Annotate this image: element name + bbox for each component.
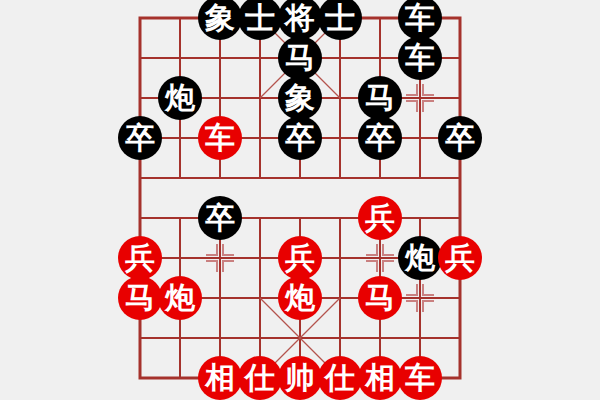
xiangqi-board[interactable]: 象士将士车马车炮象马卒车卒卒卒卒兵兵兵炮兵马炮炮马相仕帅仕相车 bbox=[120, 0, 480, 398]
piece-black-pawn[interactable]: 卒 bbox=[358, 116, 402, 160]
piece-red-knight[interactable]: 马 bbox=[118, 276, 162, 320]
piece-red-pawn[interactable]: 兵 bbox=[278, 236, 322, 280]
last-move-marker bbox=[406, 284, 434, 312]
piece-black-king[interactable]: 将 bbox=[278, 0, 322, 40]
piece-black-pawn[interactable]: 卒 bbox=[198, 196, 242, 240]
piece-black-rook[interactable]: 车 bbox=[398, 0, 442, 40]
piece-black-pawn[interactable]: 卒 bbox=[438, 116, 482, 160]
piece-black-pawn[interactable]: 卒 bbox=[278, 116, 322, 160]
piece-black-knight[interactable]: 马 bbox=[278, 36, 322, 80]
last-move-marker bbox=[206, 244, 234, 272]
piece-red-advisor[interactable]: 仕 bbox=[318, 356, 362, 400]
piece-red-cannon[interactable]: 炮 bbox=[158, 276, 202, 320]
piece-black-advisor[interactable]: 士 bbox=[238, 0, 282, 40]
piece-black-cannon[interactable]: 炮 bbox=[398, 236, 442, 280]
xiangqi-diagram: 象士将士车马车炮象马卒车卒卒卒卒兵兵兵炮兵马炮炮马相仕帅仕相车 bbox=[0, 0, 600, 400]
piece-black-elephant[interactable]: 象 bbox=[278, 76, 322, 120]
piece-red-elephant[interactable]: 相 bbox=[358, 356, 402, 400]
piece-black-pawn[interactable]: 卒 bbox=[118, 116, 162, 160]
piece-red-pawn[interactable]: 兵 bbox=[358, 196, 402, 240]
last-move-marker bbox=[366, 244, 394, 272]
piece-black-advisor[interactable]: 士 bbox=[318, 0, 362, 40]
piece-red-elephant[interactable]: 相 bbox=[198, 356, 242, 400]
piece-red-pawn[interactable]: 兵 bbox=[438, 236, 482, 280]
piece-red-cannon[interactable]: 炮 bbox=[278, 276, 322, 320]
piece-red-rook[interactable]: 车 bbox=[198, 116, 242, 160]
piece-black-cannon[interactable]: 炮 bbox=[158, 76, 202, 120]
piece-black-rook[interactable]: 车 bbox=[398, 36, 442, 80]
piece-red-knight[interactable]: 马 bbox=[358, 276, 402, 320]
piece-red-advisor[interactable]: 仕 bbox=[238, 356, 282, 400]
piece-red-rook[interactable]: 车 bbox=[398, 356, 442, 400]
piece-red-pawn[interactable]: 兵 bbox=[118, 236, 162, 280]
piece-red-king[interactable]: 帅 bbox=[278, 356, 322, 400]
last-move-marker bbox=[406, 84, 434, 112]
piece-black-knight[interactable]: 马 bbox=[358, 76, 402, 120]
piece-black-elephant[interactable]: 象 bbox=[198, 0, 242, 40]
